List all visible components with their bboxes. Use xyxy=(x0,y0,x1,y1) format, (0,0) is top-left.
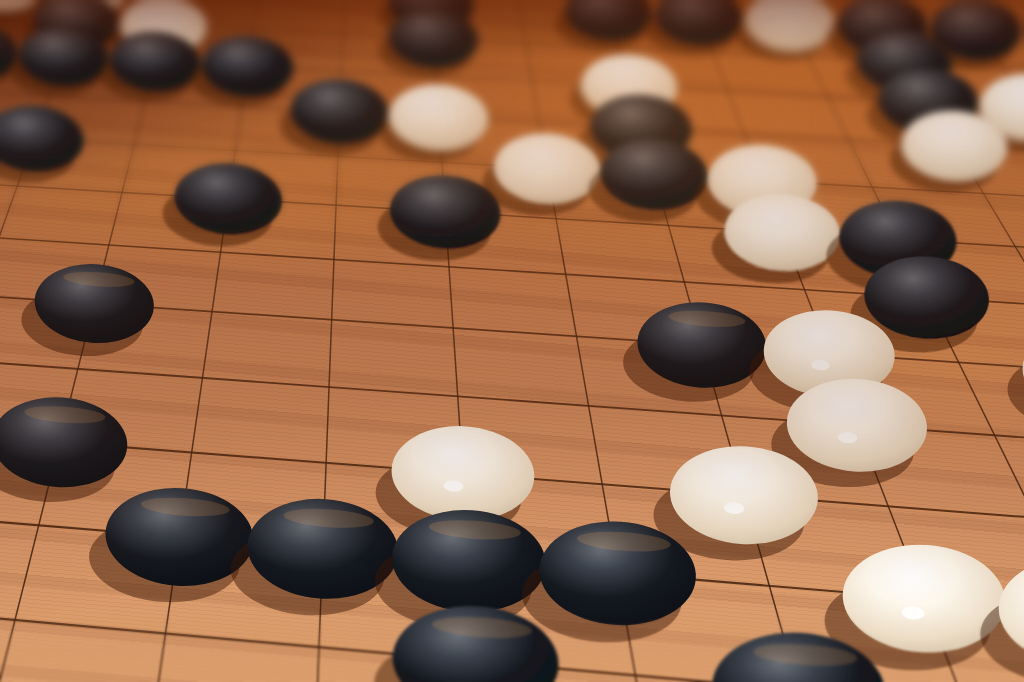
go-stone-black xyxy=(86,482,257,608)
go-stone-black xyxy=(19,259,156,360)
go-stone-white xyxy=(377,80,491,164)
go-stone-black xyxy=(228,493,402,621)
go-stone-black xyxy=(190,32,296,110)
go-board xyxy=(0,0,1024,682)
go-board-photo xyxy=(0,0,1024,682)
go-stone-black xyxy=(161,159,285,251)
go-stone-black xyxy=(0,102,86,186)
go-stone-black xyxy=(621,297,770,407)
go-stone-white xyxy=(1005,321,1024,436)
go-stone-black xyxy=(554,0,654,54)
go-stone-black xyxy=(278,75,391,158)
go-stone-black xyxy=(0,392,130,507)
